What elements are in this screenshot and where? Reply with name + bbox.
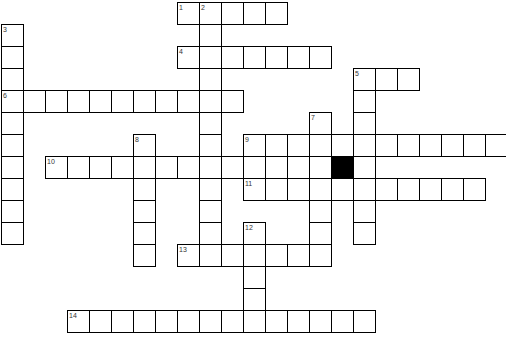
crossword-cell[interactable] (287, 310, 310, 333)
crossword-cell[interactable] (353, 134, 376, 157)
crossword-cell[interactable] (375, 68, 398, 91)
crossword-cell[interactable] (177, 90, 200, 113)
clue-number: 4 (179, 47, 183, 56)
crossword-cell[interactable] (199, 310, 222, 333)
crossword-cell[interactable] (485, 134, 506, 157)
clue-number: 14 (69, 311, 77, 320)
crossword-cell[interactable] (243, 266, 266, 289)
crossword-cell[interactable] (133, 310, 156, 333)
crossword-cell[interactable] (309, 46, 332, 69)
crossword-cell[interactable] (463, 134, 486, 157)
crossword-cell[interactable] (441, 134, 464, 157)
crossword-cell[interactable] (199, 68, 222, 91)
clue-number: 6 (3, 91, 7, 100)
crossword-cell[interactable] (221, 310, 244, 333)
crossword-cell[interactable] (353, 200, 376, 223)
crossword-cell[interactable] (309, 244, 332, 267)
crossword-cell[interactable] (221, 2, 244, 25)
crossword-cell[interactable] (199, 156, 222, 179)
crossword-cell[interactable] (199, 222, 222, 245)
crossword-cell[interactable] (1, 178, 24, 201)
clue-number: 11 (245, 179, 252, 188)
crossword-cell[interactable] (89, 90, 112, 113)
crossword-cell[interactable] (199, 200, 222, 223)
crossword-cell[interactable] (177, 156, 200, 179)
crossword-cell[interactable] (89, 156, 112, 179)
crossword-cell[interactable] (133, 200, 156, 223)
crossword-cell[interactable] (199, 46, 222, 69)
crossword-cell[interactable] (67, 156, 90, 179)
crossword-cell[interactable] (375, 178, 398, 201)
crossword-cell[interactable] (287, 178, 310, 201)
crossword-cell[interactable] (199, 24, 222, 47)
crossword-cell[interactable] (177, 310, 200, 333)
crossword-cell[interactable] (243, 310, 266, 333)
crossword-cell[interactable] (133, 222, 156, 245)
crossword-cell[interactable]: 3 (1, 24, 24, 47)
clue-number: 1 (179, 3, 183, 12)
crossword-cell[interactable] (1, 46, 24, 69)
crossword-cell[interactable] (199, 244, 222, 267)
crossword-cell[interactable] (111, 156, 134, 179)
crossword-cell[interactable] (309, 178, 332, 201)
crossword-cell[interactable]: 6 (1, 90, 24, 113)
crossword-cell[interactable] (133, 156, 156, 179)
crossword-cell[interactable] (375, 134, 398, 157)
crossword-cell[interactable] (397, 178, 420, 201)
crossword-cell[interactable] (309, 200, 332, 223)
crossword-cell[interactable] (1, 68, 24, 91)
crossword-cell[interactable] (89, 310, 112, 333)
crossword-cell[interactable] (309, 134, 332, 157)
crossword-cell[interactable] (199, 178, 222, 201)
crossword-cell[interactable] (463, 178, 486, 201)
crossword-cell[interactable] (133, 178, 156, 201)
crossword-cell[interactable]: 2 (199, 2, 222, 25)
crossword-cell[interactable]: 1 (177, 2, 200, 25)
crossword-cell[interactable] (243, 46, 266, 69)
crossword-cell[interactable] (353, 90, 376, 113)
crossword-cell[interactable] (331, 178, 354, 201)
crossword-cell[interactable] (1, 200, 24, 223)
crossword-cell[interactable] (265, 2, 288, 25)
crossword-cell[interactable] (1, 222, 24, 245)
crossword-cell[interactable] (155, 310, 178, 333)
crossword-cell[interactable] (309, 310, 332, 333)
crossword-cell[interactable] (397, 134, 420, 157)
crossword-cell[interactable] (265, 134, 288, 157)
crossword-cell[interactable] (1, 156, 24, 179)
crossword-cell[interactable] (221, 90, 244, 113)
crossword-cell[interactable] (265, 244, 288, 267)
crossword-cell[interactable] (287, 134, 310, 157)
crossword-cell[interactable] (1, 134, 24, 157)
clue-number: 7 (311, 113, 315, 122)
crossword-cell[interactable] (265, 310, 288, 333)
crossword-cell[interactable] (353, 310, 376, 333)
crossword-cell[interactable] (155, 156, 178, 179)
crossword-cell[interactable] (287, 156, 310, 179)
clue-number: 13 (179, 245, 187, 254)
crossword-cell[interactable] (1, 112, 24, 135)
crossword-cell[interactable] (353, 156, 376, 179)
crossword-cell[interactable] (331, 310, 354, 333)
crossword-cell[interactable]: 8 (133, 134, 156, 157)
crossword-cell[interactable] (353, 178, 376, 201)
crossword-cell[interactable] (155, 90, 178, 113)
crossword-cell[interactable] (111, 90, 134, 113)
crossword-cell[interactable]: 7 (309, 112, 332, 135)
crossword-cell[interactable] (265, 46, 288, 69)
crossword-cell[interactable]: 14 (67, 310, 90, 333)
crossword-cell[interactable] (397, 68, 420, 91)
crossword-cell[interactable] (265, 156, 288, 179)
crossword-cell[interactable] (133, 244, 156, 267)
crossword-cell[interactable] (111, 310, 134, 333)
crossword-cell[interactable] (221, 244, 244, 267)
clue-number: 3 (3, 25, 7, 34)
crossword-cell[interactable] (309, 156, 332, 179)
crossword-cell[interactable] (441, 178, 464, 201)
crossword-cell[interactable] (287, 244, 310, 267)
crossword-cell[interactable] (243, 2, 266, 25)
crossword-cell[interactable]: 9 (243, 134, 266, 157)
crossword-cell[interactable] (331, 134, 354, 157)
crossword-cell[interactable]: 5 (353, 68, 376, 91)
crossword-cell[interactable]: 12 (243, 222, 266, 245)
crossword-cell[interactable] (221, 46, 244, 69)
black-cell (331, 156, 354, 179)
crossword-cell[interactable] (221, 156, 244, 179)
crossword-cell[interactable] (199, 90, 222, 113)
clue-number: 9 (245, 135, 249, 144)
crossword-cell[interactable]: 4 (177, 46, 200, 69)
crossword-cell[interactable] (23, 90, 46, 113)
clue-number: 5 (355, 69, 359, 78)
crossword-cell[interactable] (419, 178, 442, 201)
crossword-cell[interactable] (309, 222, 332, 245)
crossword-cell[interactable] (133, 90, 156, 113)
clue-number: 2 (201, 3, 205, 12)
crossword-cell[interactable] (199, 134, 222, 157)
crossword-cell[interactable] (353, 222, 376, 245)
crossword-cell[interactable] (67, 90, 90, 113)
crossword-cell[interactable] (243, 156, 266, 179)
crossword-cell[interactable] (243, 288, 266, 311)
crossword-cell[interactable]: 10 (45, 156, 68, 179)
crossword-cell[interactable] (287, 46, 310, 69)
crossword-cell[interactable]: 13 (177, 244, 200, 267)
clue-number: 12 (245, 223, 253, 232)
crossword-cell[interactable] (243, 244, 266, 267)
crossword-cell[interactable] (199, 112, 222, 135)
crossword-board: 1234567891011121314 (0, 0, 506, 352)
clue-number: 10 (47, 157, 55, 166)
crossword-cell[interactable] (353, 112, 376, 135)
crossword-cell[interactable] (265, 178, 288, 201)
clue-number: 8 (135, 135, 139, 144)
crossword-cell[interactable] (45, 90, 68, 113)
crossword-cell[interactable] (419, 134, 442, 157)
crossword-cell[interactable]: 11 (243, 178, 266, 201)
